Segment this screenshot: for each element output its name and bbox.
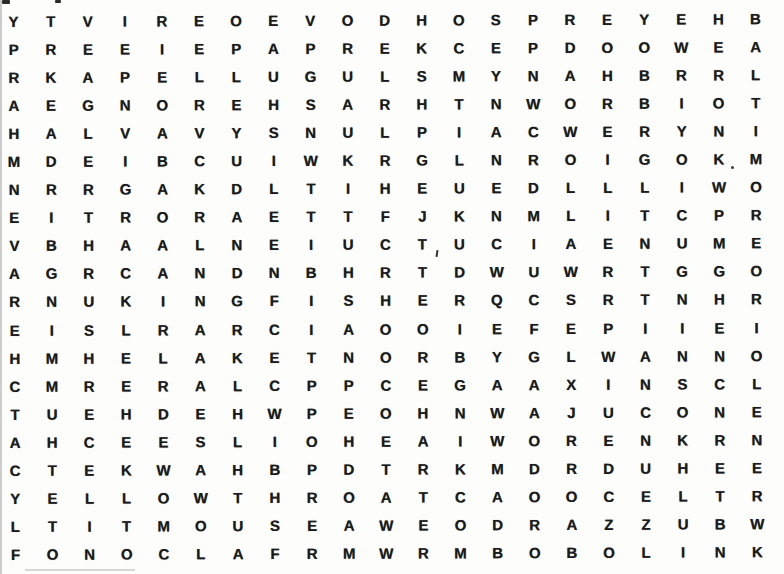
cell-r5-c12[interactable]: P [403, 118, 440, 146]
cell-r11-c19[interactable]: N [664, 285, 701, 313]
cell-r19-c9[interactable]: E [294, 512, 331, 540]
cell-r2-c6[interactable]: E [181, 34, 218, 62]
cell-r9-c20[interactable]: M [701, 229, 738, 257]
cell-r6-c6[interactable]: C [181, 147, 218, 175]
cell-r14-c1[interactable]: C [0, 372, 33, 400]
cell-r8-c19[interactable]: C [663, 201, 700, 229]
cell-r11-c6[interactable]: N [181, 287, 218, 315]
cell-r15-c6[interactable]: E [182, 400, 219, 428]
cell-r6-c21[interactable]: M [737, 145, 774, 173]
cell-r12-c14[interactable]: E [478, 314, 515, 342]
cell-r19-c2[interactable]: T [34, 512, 71, 540]
cell-r18-c19[interactable]: L [664, 482, 701, 510]
cell-r16-c15[interactable]: O [516, 426, 553, 454]
cell-r3-c10[interactable]: U [329, 62, 366, 90]
cell-r12-c8[interactable]: C [256, 315, 293, 343]
cell-r11-c5[interactable]: I [144, 287, 181, 315]
cell-r8-c12[interactable]: J [404, 202, 441, 230]
cell-r6-c20[interactable]: K [700, 145, 737, 173]
cell-r5-c21[interactable]: I [737, 117, 774, 145]
cell-r18-c5[interactable]: O [145, 484, 182, 512]
cell-r5-c14[interactable]: A [478, 118, 515, 146]
cell-r9-c1[interactable]: V [0, 232, 33, 260]
cell-r1-c1[interactable]: Y [0, 7, 32, 35]
cell-r18-c13[interactable]: C [442, 483, 479, 511]
cell-r9-c17[interactable]: E [589, 230, 626, 258]
cell-r8-c8[interactable]: E [255, 203, 292, 231]
cell-r18-c1[interactable]: Y [0, 484, 34, 512]
cell-r8-c11[interactable]: F [367, 202, 404, 230]
cell-r17-c5[interactable]: W [145, 456, 182, 484]
cell-r19-c20[interactable]: B [702, 510, 739, 538]
cell-r3-c17[interactable]: H [589, 61, 626, 89]
cell-r18-c9[interactable]: R [293, 483, 330, 511]
cell-r10-c9[interactable]: B [293, 259, 330, 287]
cell-r8-c20[interactable]: P [700, 201, 737, 229]
cell-r10-c4[interactable]: C [107, 259, 144, 287]
cell-r8-c16[interactable]: L [552, 202, 589, 230]
cell-r17-c4[interactable]: K [108, 456, 145, 484]
cell-r18-c6[interactable]: W [182, 484, 219, 512]
cell-r11-c4[interactable]: K [107, 287, 144, 315]
cell-r5-c13[interactable]: I [441, 118, 478, 146]
cell-r10-c1[interactable]: A [0, 260, 33, 288]
cell-r12-c13[interactable]: I [441, 314, 478, 342]
cell-r7-c19[interactable]: I [663, 173, 700, 201]
cell-r7-c18[interactable]: L [626, 173, 663, 201]
cell-r3-c11[interactable]: L [366, 62, 403, 90]
cell-r20-c20[interactable]: N [702, 538, 739, 566]
cell-r15-c12[interactable]: H [404, 399, 441, 427]
cell-r19-c10[interactable]: A [331, 511, 368, 539]
cell-r18-c20[interactable]: T [701, 482, 738, 510]
cell-r12-c10[interactable]: A [330, 315, 367, 343]
cell-r15-c5[interactable]: D [145, 400, 182, 428]
cell-r3-c1[interactable]: R [0, 63, 32, 91]
cell-r14-c20[interactable]: C [701, 370, 738, 398]
cell-r3-c14[interactable]: Y [477, 61, 514, 89]
cell-r3-c20[interactable]: R [700, 61, 737, 89]
cell-r18-c12[interactable]: T [405, 483, 442, 511]
cell-r16-c8[interactable]: I [256, 427, 293, 455]
cell-r17-c13[interactable]: K [442, 455, 479, 483]
cell-r19-c6[interactable]: O [182, 512, 219, 540]
cell-r9-c13[interactable]: U [441, 230, 478, 258]
cell-r3-c9[interactable]: G [292, 62, 329, 90]
cell-r15-c16[interactable]: J [553, 398, 590, 426]
cell-r19-c5[interactable]: M [145, 512, 182, 540]
cell-r2-c2[interactable]: R [32, 35, 69, 63]
cell-r4-c14[interactable]: N [478, 89, 515, 117]
cell-r2-c12[interactable]: K [403, 34, 440, 62]
cell-r18-c10[interactable]: O [331, 483, 368, 511]
cell-r13-c12[interactable]: R [404, 343, 441, 371]
cell-r6-c4[interactable]: I [107, 147, 144, 175]
cell-r12-c7[interactable]: R [219, 315, 256, 343]
cell-r11-c11[interactable]: H [367, 287, 404, 315]
cell-r7-c10[interactable]: I [329, 174, 366, 202]
cell-r7-c21[interactable]: O [737, 173, 774, 201]
cell-r20-c2[interactable]: O [34, 541, 71, 569]
cell-r5-c10[interactable]: U [329, 118, 366, 146]
cell-r6-c14[interactable]: N [478, 146, 515, 174]
cell-r19-c16[interactable]: A [553, 511, 590, 539]
cell-r10-c12[interactable]: T [404, 258, 441, 286]
cell-r2-c7[interactable]: P [218, 34, 255, 62]
cell-r20-c6[interactable]: L [182, 540, 219, 568]
cell-r12-c18[interactable]: I [627, 314, 664, 342]
cell-r11-c13[interactable]: R [441, 286, 478, 314]
cell-r10-c20[interactable]: G [701, 257, 738, 285]
cell-r9-c11[interactable]: C [367, 230, 404, 258]
cell-r5-c15[interactable]: C [515, 117, 552, 145]
cell-r18-c15[interactable]: O [516, 483, 553, 511]
cell-r17-c18[interactable]: U [627, 454, 664, 482]
cell-r13-c20[interactable]: N [701, 342, 738, 370]
cell-r16-c4[interactable]: E [108, 428, 145, 456]
cell-r3-c18[interactable]: B [626, 61, 663, 89]
cell-r9-c9[interactable]: I [293, 231, 330, 259]
cell-r6-c5[interactable]: B [144, 147, 181, 175]
cell-r16-c14[interactable]: W [479, 427, 516, 455]
cell-r1-c21[interactable]: B [737, 4, 774, 32]
cell-r7-c8[interactable]: L [255, 175, 292, 203]
cell-r1-c15[interactable]: P [514, 5, 551, 33]
cell-r2-c18[interactable]: O [626, 33, 663, 61]
cell-r11-c17[interactable]: R [589, 286, 626, 314]
cell-r12-c3[interactable]: S [70, 316, 107, 344]
cell-r8-c9[interactable]: T [292, 202, 329, 230]
cell-r4-c15[interactable]: W [515, 89, 552, 117]
cell-r19-c14[interactable]: D [479, 511, 516, 539]
cell-r5-c3[interactable]: L [70, 119, 107, 147]
cell-r7-c5[interactable]: A [144, 175, 181, 203]
cell-r10-c8[interactable]: N [256, 259, 293, 287]
cell-r5-c5[interactable]: A [144, 119, 181, 147]
cell-r17-c12[interactable]: R [405, 455, 442, 483]
cell-r7-c15[interactable]: D [515, 174, 552, 202]
cell-r13-c13[interactable]: B [441, 342, 478, 370]
cell-r6-c10[interactable]: K [329, 146, 366, 174]
cell-r20-c16[interactable]: B [553, 539, 590, 567]
cell-r10-c2[interactable]: G [33, 260, 70, 288]
cell-r20-c13[interactable]: M [442, 539, 479, 567]
cell-r11-c18[interactable]: T [627, 286, 664, 314]
cell-r1-c3[interactable]: V [69, 7, 106, 35]
cell-r9-c2[interactable]: B [33, 231, 70, 259]
cell-r18-c2[interactable]: E [34, 484, 71, 512]
cell-r7-c3[interactable]: R [70, 175, 107, 203]
cell-r2-c16[interactable]: D [552, 33, 589, 61]
cell-r1-c2[interactable]: T [32, 7, 69, 35]
cell-r20-c5[interactable]: C [145, 540, 182, 568]
cell-r12-c12[interactable]: O [404, 314, 441, 342]
cell-r14-c21[interactable]: L [738, 369, 775, 397]
cell-r17-c20[interactable]: E [701, 454, 738, 482]
cell-r14-c8[interactable]: C [256, 371, 293, 399]
cell-r17-c11[interactable]: T [368, 455, 405, 483]
cell-r16-c18[interactable]: N [627, 426, 664, 454]
cell-r10-c5[interactable]: A [144, 259, 181, 287]
cell-r15-c21[interactable]: E [738, 398, 775, 426]
cell-r5-c16[interactable]: W [552, 117, 589, 145]
cell-r9-c21[interactable]: E [738, 229, 775, 257]
cell-r13-c18[interactable]: A [627, 342, 664, 370]
cell-r13-c11[interactable]: O [367, 343, 404, 371]
cell-r4-c1[interactable]: A [0, 91, 33, 119]
cell-r2-c19[interactable]: W [663, 33, 700, 61]
cell-r17-c6[interactable]: A [182, 456, 219, 484]
cell-r20-c7[interactable]: A [219, 540, 256, 568]
cell-r15-c18[interactable]: C [627, 398, 664, 426]
cell-r15-c14[interactable]: W [479, 398, 516, 426]
cell-r15-c17[interactable]: U [590, 398, 627, 426]
cell-r20-c14[interactable]: B [479, 539, 516, 567]
cell-r16-c13[interactable]: I [442, 427, 479, 455]
cell-r7-c13[interactable]: U [441, 174, 478, 202]
cell-r4-c11[interactable]: R [366, 90, 403, 118]
cell-r11-c15[interactable]: C [515, 286, 552, 314]
cell-r1-c11[interactable]: D [366, 6, 403, 34]
cell-r18-c14[interactable]: A [479, 483, 516, 511]
cell-r20-c9[interactable]: R [294, 540, 331, 568]
cell-r15-c4[interactable]: H [108, 400, 145, 428]
cell-r15-c13[interactable]: N [442, 399, 479, 427]
cell-r18-c3[interactable]: L [71, 484, 108, 512]
cell-r8-c15[interactable]: M [515, 202, 552, 230]
cell-r19-c13[interactable]: O [442, 511, 479, 539]
cell-r8-c7[interactable]: A [218, 203, 255, 231]
cell-r4-c18[interactable]: B [626, 89, 663, 117]
cell-r4-c16[interactable]: O [552, 89, 589, 117]
cell-r2-c15[interactable]: P [514, 33, 551, 61]
cell-r14-c2[interactable]: M [33, 372, 70, 400]
cell-r10-c19[interactable]: G [664, 257, 701, 285]
cell-r3-c6[interactable]: L [181, 62, 218, 90]
cell-r13-c15[interactable]: G [516, 342, 553, 370]
cell-r2-c1[interactable]: P [0, 35, 32, 63]
cell-r6-c1[interactable]: M [0, 147, 33, 175]
cell-r4-c19[interactable]: I [663, 89, 700, 117]
cell-r7-c6[interactable]: K [181, 175, 218, 203]
cell-r1-c9[interactable]: V [292, 6, 329, 34]
cell-r14-c7[interactable]: L [219, 371, 256, 399]
cell-r14-c10[interactable]: P [330, 371, 367, 399]
cell-r19-c4[interactable]: T [108, 512, 145, 540]
cell-r5-c9[interactable]: N [292, 118, 329, 146]
cell-r4-c13[interactable]: T [440, 90, 477, 118]
cell-r20-c8[interactable]: F [257, 540, 294, 568]
cell-r5-c2[interactable]: A [33, 119, 70, 147]
cell-r10-c18[interactable]: T [626, 258, 663, 286]
cell-r5-c17[interactable]: E [589, 117, 626, 145]
cell-r13-c10[interactable]: N [330, 343, 367, 371]
cell-r1-c8[interactable]: E [255, 6, 292, 34]
cell-r11-c8[interactable]: F [256, 287, 293, 315]
cell-r14-c5[interactable]: R [145, 372, 182, 400]
cell-r16-c17[interactable]: E [590, 426, 627, 454]
cell-r4-c10[interactable]: A [329, 90, 366, 118]
cell-r10-c16[interactable]: W [552, 258, 589, 286]
cell-r12-c4[interactable]: L [107, 316, 144, 344]
cell-r13-c2[interactable]: M [33, 344, 70, 372]
cell-r11-c9[interactable]: I [293, 287, 330, 315]
cell-r12-c9[interactable]: I [293, 315, 330, 343]
cell-r4-c3[interactable]: G [70, 91, 107, 119]
cell-r8-c13[interactable]: K [441, 202, 478, 230]
cell-r20-c21[interactable]: K [739, 538, 776, 566]
cell-r13-c16[interactable]: L [553, 342, 590, 370]
cell-r12-c17[interactable]: P [590, 314, 627, 342]
cell-r14-c12[interactable]: E [404, 371, 441, 399]
cell-r20-c18[interactable]: L [627, 538, 664, 566]
cell-r11-c14[interactable]: Q [478, 286, 515, 314]
cell-r10-c7[interactable]: D [218, 259, 255, 287]
cell-r6-c18[interactable]: G [626, 145, 663, 173]
cell-r13-c8[interactable]: E [256, 343, 293, 371]
cell-r19-c12[interactable]: E [405, 511, 442, 539]
cell-r1-c12[interactable]: H [403, 5, 440, 33]
cell-r14-c17[interactable]: I [590, 370, 627, 398]
cell-r19-c17[interactable]: Z [590, 510, 627, 538]
cell-r19-c15[interactable]: R [516, 511, 553, 539]
cell-r6-c12[interactable]: G [404, 146, 441, 174]
cell-r20-c15[interactable]: O [516, 539, 553, 567]
cell-r10-c21[interactable]: O [738, 257, 775, 285]
cell-r8-c3[interactable]: T [70, 203, 107, 231]
cell-r2-c8[interactable]: A [255, 34, 292, 62]
cell-r8-c6[interactable]: R [181, 203, 218, 231]
cell-r1-c18[interactable]: Y [626, 5, 663, 33]
cell-r6-c19[interactable]: O [663, 145, 700, 173]
cell-r13-c4[interactable]: E [107, 344, 144, 372]
cell-r15-c10[interactable]: E [330, 399, 367, 427]
cell-r16-c2[interactable]: H [34, 428, 71, 456]
cell-r19-c1[interactable]: L [0, 513, 34, 541]
cell-r18-c16[interactable]: O [553, 483, 590, 511]
cell-r4-c7[interactable]: E [218, 90, 255, 118]
cell-r8-c18[interactable]: T [626, 201, 663, 229]
cell-r14-c19[interactable]: S [664, 370, 701, 398]
cell-r14-c18[interactable]: N [627, 370, 664, 398]
cell-r3-c8[interactable]: U [255, 62, 292, 90]
cell-r16-c20[interactable]: R [701, 426, 738, 454]
cell-r12-c15[interactable]: F [515, 314, 552, 342]
cell-r14-c16[interactable]: X [553, 370, 590, 398]
cell-r1-c6[interactable]: E [180, 6, 217, 34]
cell-r6-c13[interactable]: L [441, 146, 478, 174]
cell-r6-c11[interactable]: R [366, 146, 403, 174]
cell-r7-c17[interactable]: L [589, 173, 626, 201]
cell-r14-c3[interactable]: R [70, 372, 107, 400]
cell-r5-c18[interactable]: R [626, 117, 663, 145]
cell-r1-c10[interactable]: O [329, 6, 366, 34]
cell-r5-c19[interactable]: Y [663, 117, 700, 145]
cell-r20-c1[interactable]: F [0, 541, 34, 569]
cell-r8-c4[interactable]: R [107, 203, 144, 231]
cell-r6-c16[interactable]: O [552, 145, 589, 173]
cell-r16-c3[interactable]: C [71, 428, 108, 456]
cell-r19-c18[interactable]: Z [627, 510, 664, 538]
cell-r6-c9[interactable]: W [292, 146, 329, 174]
cell-r11-c20[interactable]: H [701, 285, 738, 313]
cell-r9-c10[interactable]: U [330, 230, 367, 258]
cell-r18-c11[interactable]: A [368, 483, 405, 511]
cell-r17-c10[interactable]: D [330, 455, 367, 483]
cell-r19-c19[interactable]: U [664, 510, 701, 538]
cell-r9-c8[interactable]: E [255, 231, 292, 259]
cell-r13-c3[interactable]: H [70, 344, 107, 372]
cell-r1-c19[interactable]: E [663, 5, 700, 33]
cell-r2-c13[interactable]: C [440, 33, 477, 61]
cell-r2-c3[interactable]: E [69, 35, 106, 63]
cell-r1-c13[interactable]: O [440, 5, 477, 33]
cell-r20-c10[interactable]: M [331, 539, 368, 567]
cell-r16-c19[interactable]: K [664, 426, 701, 454]
cell-r16-c11[interactable]: E [367, 427, 404, 455]
cell-r11-c21[interactable]: R [738, 285, 775, 313]
cell-r10-c11[interactable]: R [367, 258, 404, 286]
cell-r17-c19[interactable]: H [664, 454, 701, 482]
cell-r16-c9[interactable]: O [293, 427, 330, 455]
cell-r16-c12[interactable]: A [405, 427, 442, 455]
cell-r3-c4[interactable]: P [106, 63, 143, 91]
cell-r13-c6[interactable]: A [182, 343, 219, 371]
cell-r12-c19[interactable]: I [664, 314, 701, 342]
cell-r12-c11[interactable]: O [367, 315, 404, 343]
cell-r2-c20[interactable]: E [700, 33, 737, 61]
cell-r1-c4[interactable]: I [106, 6, 143, 34]
cell-r6-c7[interactable]: U [218, 147, 255, 175]
cell-r15-c2[interactable]: U [33, 400, 70, 428]
cell-r16-c5[interactable]: E [145, 428, 182, 456]
cell-r17-c7[interactable]: H [219, 456, 256, 484]
cell-r7-c9[interactable]: T [292, 174, 329, 202]
cell-r7-c20[interactable]: W [700, 173, 737, 201]
cell-r8-c21[interactable]: R [738, 201, 775, 229]
cell-r16-c21[interactable]: N [738, 426, 775, 454]
cell-r4-c9[interactable]: S [292, 90, 329, 118]
cell-r12-c21[interactable]: I [738, 313, 775, 341]
cell-r16-c6[interactable]: S [182, 428, 219, 456]
cell-r7-c12[interactable]: E [404, 174, 441, 202]
cell-r8-c1[interactable]: E [0, 204, 33, 232]
cell-r5-c7[interactable]: Y [218, 118, 255, 146]
cell-r8-c2[interactable]: I [33, 203, 70, 231]
cell-r12-c20[interactable]: E [701, 313, 738, 341]
cell-r9-c18[interactable]: N [626, 229, 663, 257]
cell-r5-c1[interactable]: H [0, 119, 33, 147]
cell-r16-c1[interactable]: A [0, 428, 34, 456]
cell-r13-c5[interactable]: L [145, 343, 182, 371]
cell-r2-c4[interactable]: E [106, 35, 143, 63]
cell-r1-c14[interactable]: S [477, 5, 514, 33]
cell-r5-c4[interactable]: V [107, 119, 144, 147]
cell-r1-c16[interactable]: R [551, 5, 588, 33]
cell-r15-c7[interactable]: H [219, 399, 256, 427]
cell-r5-c20[interactable]: N [700, 117, 737, 145]
cell-r6-c17[interactable]: I [589, 145, 626, 173]
cell-r14-c15[interactable]: A [516, 370, 553, 398]
cell-r13-c7[interactable]: K [219, 343, 256, 371]
cell-r3-c5[interactable]: E [144, 63, 181, 91]
cell-r13-c14[interactable]: Y [478, 342, 515, 370]
cell-r15-c15[interactable]: A [516, 398, 553, 426]
cell-r7-c2[interactable]: R [33, 175, 70, 203]
cell-r17-c14[interactable]: M [479, 455, 516, 483]
cell-r9-c12[interactable]: T [404, 230, 441, 258]
cell-r13-c17[interactable]: W [590, 342, 627, 370]
